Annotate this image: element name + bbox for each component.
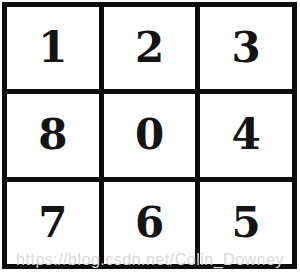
tile-r2c1[interactable]: 6 — [104, 182, 196, 264]
tile-r1c0[interactable]: 8 — [7, 94, 99, 176]
tile-r2c2[interactable]: 5 — [200, 182, 292, 264]
puzzle-board: 1 2 3 8 0 4 7 6 5 — [2, 2, 297, 269]
puzzle-diagram: 1 2 3 8 0 4 7 6 5 https://blog.csdn.net/… — [0, 0, 300, 273]
tile-r1c2[interactable]: 4 — [200, 94, 292, 176]
tile-r0c0[interactable]: 1 — [7, 7, 99, 89]
tile-r0c2[interactable]: 3 — [200, 7, 292, 89]
tile-r0c1[interactable]: 2 — [104, 7, 196, 89]
tile-r2c0[interactable]: 7 — [7, 182, 99, 264]
tile-r1c1[interactable]: 0 — [104, 94, 196, 176]
